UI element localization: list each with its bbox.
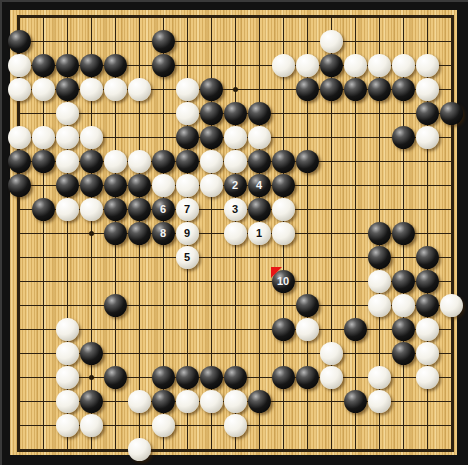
- go-board[interactable]: 24673891510: [10, 10, 457, 455]
- stone-white: [80, 78, 103, 101]
- stone-black: [56, 78, 79, 101]
- stone-black: [80, 342, 103, 365]
- stone-white: [104, 78, 127, 101]
- stone-black: [368, 246, 391, 269]
- stone-black: [152, 30, 175, 53]
- move-number-stone: 7: [176, 198, 199, 221]
- stone-white: [416, 318, 439, 341]
- star-point: [89, 375, 94, 380]
- stone-white: [368, 366, 391, 389]
- move-number-stone: 5: [176, 246, 199, 269]
- stone-white: [56, 414, 79, 437]
- stone-black: [320, 54, 343, 77]
- stone-white: [8, 126, 31, 149]
- stone-black: [8, 174, 31, 197]
- stone-white: [176, 174, 199, 197]
- stone-white: [56, 198, 79, 221]
- stone-white: [320, 366, 343, 389]
- stone-black: [368, 222, 391, 245]
- stone-black: [80, 174, 103, 197]
- stone-white: [128, 150, 151, 173]
- stone-white: [392, 54, 415, 77]
- stone-black: [296, 78, 319, 101]
- stone-white: [224, 390, 247, 413]
- move-number-stone: 4: [248, 174, 271, 197]
- stone-white: [200, 390, 223, 413]
- move-number-stone: 3: [224, 198, 247, 221]
- stone-black: [248, 150, 271, 173]
- stone-black: [272, 366, 295, 389]
- stone-white: [56, 102, 79, 125]
- stone-black: [248, 198, 271, 221]
- stone-white: [8, 78, 31, 101]
- move-number-stone: 1: [248, 222, 271, 245]
- move-number-stone: 9: [176, 222, 199, 245]
- stone-white: [56, 390, 79, 413]
- stone-black: [128, 174, 151, 197]
- stone-black: [176, 366, 199, 389]
- stone-black: [392, 126, 415, 149]
- stone-black: [176, 150, 199, 173]
- stone-white: [128, 78, 151, 101]
- stone-black: [392, 342, 415, 365]
- stone-black: [32, 54, 55, 77]
- screenshot-frame: 24673891510: [0, 0, 468, 465]
- stone-black: [104, 294, 127, 317]
- stone-black: [200, 102, 223, 125]
- stone-white: [32, 126, 55, 149]
- stone-black: [392, 270, 415, 293]
- stone-white: [32, 78, 55, 101]
- stone-white: [176, 102, 199, 125]
- stone-black: [104, 174, 127, 197]
- stone-black: [344, 318, 367, 341]
- stone-black: [104, 198, 127, 221]
- stone-black: [8, 30, 31, 53]
- stone-black: [152, 54, 175, 77]
- stone-black: [344, 390, 367, 413]
- stone-black: [224, 102, 247, 125]
- stone-white: [416, 342, 439, 365]
- stone-black: [344, 78, 367, 101]
- stone-white: [200, 150, 223, 173]
- stone-white: [368, 54, 391, 77]
- stone-white: [296, 54, 319, 77]
- move-number-stone: 6: [152, 198, 175, 221]
- grid-line: [451, 17, 452, 450]
- stone-black: [104, 222, 127, 245]
- stone-white: [224, 126, 247, 149]
- stone-black: [296, 294, 319, 317]
- stone-black: [416, 294, 439, 317]
- stone-white: [128, 438, 151, 461]
- stone-black: [392, 222, 415, 245]
- stone-white: [56, 366, 79, 389]
- stone-white: [200, 174, 223, 197]
- stone-white: [80, 414, 103, 437]
- stone-black: [392, 318, 415, 341]
- stone-black: [104, 54, 127, 77]
- stone-white: [368, 270, 391, 293]
- stone-black: [272, 318, 295, 341]
- stone-black: [176, 126, 199, 149]
- stone-black: [32, 150, 55, 173]
- stone-white: [392, 294, 415, 317]
- stone-black: [272, 174, 295, 197]
- stone-white: [56, 150, 79, 173]
- stone-black: [248, 390, 271, 413]
- star-point: [233, 87, 238, 92]
- stone-white: [416, 54, 439, 77]
- stone-black: [128, 198, 151, 221]
- stone-white: [224, 414, 247, 437]
- stone-white: [56, 318, 79, 341]
- stone-black: [152, 150, 175, 173]
- stone-black: [440, 102, 463, 125]
- stone-black: [200, 366, 223, 389]
- stone-white: [248, 126, 271, 149]
- stone-white: [368, 294, 391, 317]
- stone-white: [128, 390, 151, 413]
- stone-white: [320, 342, 343, 365]
- stone-black: [296, 150, 319, 173]
- stone-black: [32, 198, 55, 221]
- stone-white: [416, 78, 439, 101]
- stone-black: [128, 222, 151, 245]
- stone-black: [392, 78, 415, 101]
- stone-black: [152, 390, 175, 413]
- stone-white: [320, 30, 343, 53]
- stone-black: [416, 270, 439, 293]
- stone-white: [56, 126, 79, 149]
- stone-black: [248, 102, 271, 125]
- stone-white: [80, 198, 103, 221]
- stone-white: [224, 222, 247, 245]
- stone-black: [80, 390, 103, 413]
- stone-white: [176, 78, 199, 101]
- stone-black: [104, 366, 127, 389]
- stone-white: [104, 150, 127, 173]
- stone-black: [320, 78, 343, 101]
- stone-white: [8, 54, 31, 77]
- stone-white: [416, 126, 439, 149]
- stone-white: [344, 54, 367, 77]
- stone-black: [80, 54, 103, 77]
- grid-line: [19, 329, 452, 330]
- move-number-stone: 2: [224, 174, 247, 197]
- stone-white: [152, 414, 175, 437]
- stone-black: [200, 78, 223, 101]
- last-move-marker: [271, 267, 282, 278]
- stone-white: [272, 54, 295, 77]
- stone-white: [272, 222, 295, 245]
- stone-black: [416, 246, 439, 269]
- stone-white: [296, 318, 319, 341]
- stone-white: [416, 366, 439, 389]
- stone-black: [152, 366, 175, 389]
- stone-black: [224, 366, 247, 389]
- stone-white: [80, 126, 103, 149]
- stone-white: [152, 174, 175, 197]
- stone-black: [56, 174, 79, 197]
- stone-white: [56, 342, 79, 365]
- stone-black: [80, 150, 103, 173]
- stone-white: [176, 390, 199, 413]
- stone-white: [224, 150, 247, 173]
- move-number-stone: 8: [152, 222, 175, 245]
- star-point: [89, 231, 94, 236]
- stone-black: [368, 78, 391, 101]
- grid-line: [19, 449, 452, 450]
- stone-black: [416, 102, 439, 125]
- stone-white: [440, 294, 463, 317]
- stone-black: [8, 150, 31, 173]
- stone-black: [200, 126, 223, 149]
- stone-white: [272, 198, 295, 221]
- stone-black: [56, 54, 79, 77]
- stone-white: [368, 390, 391, 413]
- stone-black: [296, 366, 319, 389]
- stone-black: [272, 150, 295, 173]
